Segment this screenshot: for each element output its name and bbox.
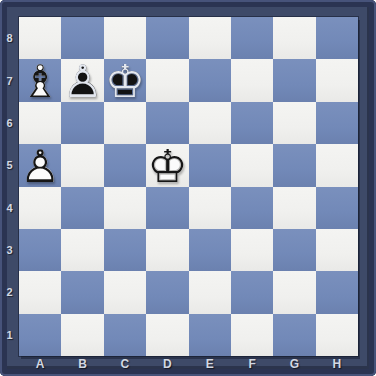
square-a6[interactable] <box>19 102 61 144</box>
piece-white-king[interactable]: ♚♔ <box>146 144 188 186</box>
square-b3[interactable] <box>61 229 103 271</box>
square-a5[interactable]: ♟♙ <box>19 144 61 186</box>
square-g5[interactable] <box>273 144 315 186</box>
square-d1[interactable] <box>146 314 188 356</box>
square-b5[interactable] <box>61 144 103 186</box>
square-g4[interactable] <box>273 187 315 229</box>
square-g2[interactable] <box>273 271 315 313</box>
file-label-e: E <box>189 356 231 371</box>
square-c4[interactable] <box>104 187 146 229</box>
square-h7[interactable] <box>316 59 358 101</box>
square-c6[interactable] <box>104 102 146 144</box>
square-a3[interactable] <box>19 229 61 271</box>
square-a7[interactable]: ♝♗ <box>19 59 61 101</box>
rank-label-6: 6 <box>0 102 19 144</box>
file-label-b: B <box>61 356 103 371</box>
file-label-c: C <box>104 356 146 371</box>
rank-label-4: 4 <box>0 187 19 229</box>
square-f1[interactable] <box>231 314 273 356</box>
square-e5[interactable] <box>189 144 231 186</box>
square-b2[interactable] <box>61 271 103 313</box>
square-c1[interactable] <box>104 314 146 356</box>
square-g6[interactable] <box>273 102 315 144</box>
rank-label-3: 3 <box>0 229 19 271</box>
square-f2[interactable] <box>231 271 273 313</box>
square-c5[interactable] <box>104 144 146 186</box>
square-e8[interactable] <box>189 17 231 59</box>
file-labels: ABCDEFGH <box>19 356 358 371</box>
square-d3[interactable] <box>146 229 188 271</box>
piece-outline-glyph: ♗ <box>19 60 61 102</box>
piece-outline-glyph: ♔ <box>146 145 188 187</box>
square-e7[interactable] <box>189 59 231 101</box>
piece-white-pawn[interactable]: ♟♙ <box>19 144 61 186</box>
chess-board: ♝♗♟♙♚♔♟♙♚♔ <box>19 17 358 356</box>
square-a1[interactable] <box>19 314 61 356</box>
square-a4[interactable] <box>19 187 61 229</box>
square-f6[interactable] <box>231 102 273 144</box>
square-b6[interactable] <box>61 102 103 144</box>
square-f3[interactable] <box>231 229 273 271</box>
square-b4[interactable] <box>61 187 103 229</box>
square-a2[interactable] <box>19 271 61 313</box>
board-frame: 87654321 ♝♗♟♙♚♔♟♙♚♔ ABCDEFGH <box>0 0 376 376</box>
square-g3[interactable] <box>273 229 315 271</box>
square-h8[interactable] <box>316 17 358 59</box>
square-b1[interactable] <box>61 314 103 356</box>
square-a8[interactable] <box>19 17 61 59</box>
square-c7[interactable]: ♚♔ <box>104 59 146 101</box>
square-c3[interactable] <box>104 229 146 271</box>
piece-black-king[interactable]: ♚♔ <box>104 59 146 101</box>
file-label-g: G <box>273 356 315 371</box>
piece-outline-glyph: ♙ <box>61 60 103 102</box>
square-d8[interactable] <box>146 17 188 59</box>
rank-label-2: 2 <box>0 271 19 313</box>
square-e3[interactable] <box>189 229 231 271</box>
rank-label-8: 8 <box>0 17 19 59</box>
square-h1[interactable] <box>316 314 358 356</box>
square-d5[interactable]: ♚♔ <box>146 144 188 186</box>
square-b7[interactable]: ♟♙ <box>61 59 103 101</box>
square-g7[interactable] <box>273 59 315 101</box>
square-f8[interactable] <box>231 17 273 59</box>
square-h5[interactable] <box>316 144 358 186</box>
square-d2[interactable] <box>146 271 188 313</box>
square-h2[interactable] <box>316 271 358 313</box>
square-e2[interactable] <box>189 271 231 313</box>
rank-label-1: 1 <box>0 314 19 356</box>
rank-labels: 87654321 <box>0 17 19 356</box>
square-e1[interactable] <box>189 314 231 356</box>
square-c2[interactable] <box>104 271 146 313</box>
piece-white-bishop[interactable]: ♝♗ <box>19 59 61 101</box>
square-e4[interactable] <box>189 187 231 229</box>
square-h6[interactable] <box>316 102 358 144</box>
square-c8[interactable] <box>104 17 146 59</box>
rank-label-7: 7 <box>0 59 19 101</box>
file-label-f: F <box>231 356 273 371</box>
square-g8[interactable] <box>273 17 315 59</box>
square-b8[interactable] <box>61 17 103 59</box>
square-d6[interactable] <box>146 102 188 144</box>
square-e6[interactable] <box>189 102 231 144</box>
piece-outline-glyph: ♔ <box>104 60 146 102</box>
square-h3[interactable] <box>316 229 358 271</box>
file-label-h: H <box>316 356 358 371</box>
square-h4[interactable] <box>316 187 358 229</box>
square-d7[interactable] <box>146 59 188 101</box>
file-label-d: D <box>146 356 188 371</box>
square-f5[interactable] <box>231 144 273 186</box>
rank-label-5: 5 <box>0 144 19 186</box>
square-g1[interactable] <box>273 314 315 356</box>
square-f4[interactable] <box>231 187 273 229</box>
file-label-a: A <box>19 356 61 371</box>
piece-black-pawn[interactable]: ♟♙ <box>61 59 103 101</box>
square-f7[interactable] <box>231 59 273 101</box>
square-d4[interactable] <box>146 187 188 229</box>
piece-outline-glyph: ♙ <box>19 145 61 187</box>
